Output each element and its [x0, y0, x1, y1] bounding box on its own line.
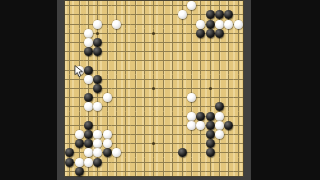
- board-cell[interactable]: [215, 56, 224, 65]
- board-cell[interactable]: [215, 130, 224, 139]
- board-cell[interactable]: [121, 56, 130, 65]
- board-cell[interactable]: [234, 158, 243, 167]
- board-cell[interactable]: [121, 158, 130, 167]
- board-cell[interactable]: [93, 47, 102, 56]
- board-cell[interactable]: [224, 75, 233, 84]
- board-cell[interactable]: [140, 75, 149, 84]
- board-cell[interactable]: [121, 130, 130, 139]
- board-cell[interactable]: [112, 75, 121, 84]
- board-cell[interactable]: [84, 148, 93, 157]
- board-cell[interactable]: [149, 75, 158, 84]
- board-cell[interactable]: [84, 158, 93, 167]
- board-cell[interactable]: [206, 121, 215, 130]
- board-cell[interactable]: [215, 65, 224, 74]
- board-cell[interactable]: [187, 148, 196, 157]
- board-cell[interactable]: [93, 38, 102, 47]
- board-cell[interactable]: [65, 38, 74, 47]
- board-cell[interactable]: [149, 47, 158, 56]
- board-cell[interactable]: [187, 130, 196, 139]
- board-cell[interactable]: [196, 158, 205, 167]
- board-cell[interactable]: [206, 29, 215, 38]
- board-cell[interactable]: [74, 112, 83, 121]
- board-cell[interactable]: [84, 102, 93, 111]
- board-cell[interactable]: [149, 56, 158, 65]
- board-cell[interactable]: [206, 130, 215, 139]
- board-cell[interactable]: [234, 130, 243, 139]
- board-cell[interactable]: [93, 56, 102, 65]
- board-cell[interactable]: [159, 158, 168, 167]
- board-cell[interactable]: [168, 167, 177, 176]
- board-cell[interactable]: [177, 158, 186, 167]
- board-cell[interactable]: [140, 65, 149, 74]
- board-cell[interactable]: [215, 158, 224, 167]
- board-cell[interactable]: [121, 29, 130, 38]
- board-cell[interactable]: [149, 29, 158, 38]
- board-cell[interactable]: [112, 102, 121, 111]
- board-cell[interactable]: [112, 84, 121, 93]
- board-cell[interactable]: [102, 29, 111, 38]
- board-cell[interactable]: [159, 29, 168, 38]
- board-cell[interactable]: [65, 19, 74, 28]
- board-cell[interactable]: [65, 167, 74, 176]
- board-cell[interactable]: [177, 10, 186, 19]
- board-cell[interactable]: [140, 29, 149, 38]
- board-cell[interactable]: [187, 112, 196, 121]
- board-cell[interactable]: [168, 130, 177, 139]
- board-cell[interactable]: [84, 121, 93, 130]
- board-cell[interactable]: [177, 84, 186, 93]
- board-cell[interactable]: [177, 121, 186, 130]
- board-cell[interactable]: [215, 29, 224, 38]
- board-cell[interactable]: [102, 102, 111, 111]
- board-cell[interactable]: [93, 158, 102, 167]
- board-cell[interactable]: [93, 167, 102, 176]
- board-cell[interactable]: [206, 1, 215, 10]
- board-cell[interactable]: [84, 139, 93, 148]
- board-cell[interactable]: [131, 130, 140, 139]
- board-cell[interactable]: [102, 112, 111, 121]
- board-cell[interactable]: [187, 38, 196, 47]
- board-cell[interactable]: [168, 10, 177, 19]
- board-cell[interactable]: [206, 158, 215, 167]
- board-cell[interactable]: [74, 167, 83, 176]
- board-cell[interactable]: [140, 47, 149, 56]
- board-cell[interactable]: [177, 75, 186, 84]
- board-cell[interactable]: [93, 29, 102, 38]
- board-cell[interactable]: [112, 65, 121, 74]
- board-cell[interactable]: [196, 75, 205, 84]
- board-cell[interactable]: [140, 139, 149, 148]
- board-cell[interactable]: [131, 158, 140, 167]
- board-cell[interactable]: [168, 102, 177, 111]
- board-cell[interactable]: [168, 65, 177, 74]
- board-cell[interactable]: [234, 56, 243, 65]
- board-cell[interactable]: [224, 139, 233, 148]
- board-cell[interactable]: [93, 10, 102, 19]
- board-cell[interactable]: [159, 1, 168, 10]
- board-cell[interactable]: [74, 148, 83, 157]
- board-cell[interactable]: [234, 47, 243, 56]
- board-cell[interactable]: [159, 148, 168, 157]
- board-cell[interactable]: [93, 121, 102, 130]
- board-cell[interactable]: [159, 65, 168, 74]
- board-cell[interactable]: [112, 38, 121, 47]
- board-cell[interactable]: [206, 10, 215, 19]
- board-cell[interactable]: [149, 93, 158, 102]
- board-cell[interactable]: [121, 19, 130, 28]
- board-cell[interactable]: [84, 84, 93, 93]
- board-cell[interactable]: [65, 65, 74, 74]
- board-cell[interactable]: [140, 19, 149, 28]
- board-cell[interactable]: [149, 148, 158, 157]
- board-cell[interactable]: [93, 148, 102, 157]
- board-cell[interactable]: [224, 56, 233, 65]
- board-cell[interactable]: [74, 75, 83, 84]
- board-cell[interactable]: [196, 148, 205, 157]
- board-cell[interactable]: [196, 1, 205, 10]
- board-cell[interactable]: [131, 167, 140, 176]
- board-cell[interactable]: [140, 130, 149, 139]
- board-cell[interactable]: [177, 1, 186, 10]
- board-cell[interactable]: [112, 29, 121, 38]
- board-cell[interactable]: [187, 139, 196, 148]
- board-cell[interactable]: [93, 93, 102, 102]
- board-cell[interactable]: [224, 38, 233, 47]
- board-cell[interactable]: [121, 1, 130, 10]
- board-cell[interactable]: [121, 75, 130, 84]
- board-cell[interactable]: [159, 112, 168, 121]
- board-cell[interactable]: [84, 112, 93, 121]
- board-cell[interactable]: [149, 10, 158, 19]
- board-cell[interactable]: [206, 47, 215, 56]
- board-cell[interactable]: [149, 19, 158, 28]
- board-cell[interactable]: [102, 84, 111, 93]
- board-cell[interactable]: [234, 84, 243, 93]
- board-cell[interactable]: [74, 29, 83, 38]
- board-cell[interactable]: [187, 75, 196, 84]
- board-cell[interactable]: [187, 65, 196, 74]
- board-cell[interactable]: [215, 10, 224, 19]
- board-cell[interactable]: [224, 29, 233, 38]
- board-cell[interactable]: [168, 1, 177, 10]
- board-cell[interactable]: [177, 47, 186, 56]
- board-cell[interactable]: [102, 19, 111, 28]
- board-cell[interactable]: [168, 93, 177, 102]
- board-cell[interactable]: [102, 130, 111, 139]
- board-cell[interactable]: [206, 75, 215, 84]
- board-cell[interactable]: [177, 148, 186, 157]
- board-cell[interactable]: [149, 158, 158, 167]
- board-cell[interactable]: [224, 130, 233, 139]
- board-cell[interactable]: [168, 38, 177, 47]
- board-cell[interactable]: [159, 93, 168, 102]
- board-cell[interactable]: [140, 38, 149, 47]
- board-cell[interactable]: [159, 102, 168, 111]
- board-cell[interactable]: [74, 139, 83, 148]
- board-cell[interactable]: [65, 56, 74, 65]
- board-cell[interactable]: [159, 167, 168, 176]
- board-cell[interactable]: [84, 10, 93, 19]
- board-cell[interactable]: [168, 84, 177, 93]
- board-cell[interactable]: [168, 19, 177, 28]
- board-cell[interactable]: [140, 167, 149, 176]
- board-cell[interactable]: [93, 19, 102, 28]
- board-cell[interactable]: [149, 84, 158, 93]
- board-cell[interactable]: [234, 93, 243, 102]
- board-cell[interactable]: [131, 19, 140, 28]
- board-cell[interactable]: [177, 167, 186, 176]
- board-cell[interactable]: [234, 10, 243, 19]
- board-cell[interactable]: [206, 139, 215, 148]
- board-cell[interactable]: [93, 1, 102, 10]
- board-cell[interactable]: [187, 121, 196, 130]
- board-cell[interactable]: [187, 158, 196, 167]
- board-cell[interactable]: [196, 93, 205, 102]
- board-cell[interactable]: [84, 167, 93, 176]
- board-cell[interactable]: [140, 93, 149, 102]
- board-cell[interactable]: [149, 65, 158, 74]
- board-cell[interactable]: [234, 167, 243, 176]
- board-cell[interactable]: [102, 167, 111, 176]
- board-cell[interactable]: [102, 158, 111, 167]
- board-cell[interactable]: [196, 38, 205, 47]
- board-cell[interactable]: [131, 84, 140, 93]
- board-cell[interactable]: [121, 112, 130, 121]
- board-cell[interactable]: [102, 93, 111, 102]
- board-cell[interactable]: [65, 93, 74, 102]
- board-cell[interactable]: [224, 102, 233, 111]
- board-cell[interactable]: [74, 47, 83, 56]
- board-cell[interactable]: [65, 130, 74, 139]
- board-cell[interactable]: [102, 75, 111, 84]
- board-cell[interactable]: [131, 121, 140, 130]
- board-cell[interactable]: [121, 148, 130, 157]
- board-cell[interactable]: [196, 121, 205, 130]
- board-cell[interactable]: [102, 65, 111, 74]
- board-cell[interactable]: [149, 139, 158, 148]
- board-cell[interactable]: [159, 121, 168, 130]
- board-cell[interactable]: [131, 56, 140, 65]
- board-cell[interactable]: [234, 75, 243, 84]
- board-cell[interactable]: [215, 167, 224, 176]
- board-cell[interactable]: [121, 47, 130, 56]
- board-cell[interactable]: [168, 148, 177, 157]
- board-cell[interactable]: [196, 47, 205, 56]
- board-cell[interactable]: [206, 167, 215, 176]
- board-cell[interactable]: [149, 167, 158, 176]
- board-cell[interactable]: [206, 112, 215, 121]
- board-cell[interactable]: [177, 112, 186, 121]
- board-cell[interactable]: [112, 148, 121, 157]
- board-cell[interactable]: [215, 75, 224, 84]
- board-cell[interactable]: [234, 65, 243, 74]
- board-cell[interactable]: [140, 158, 149, 167]
- board-cell[interactable]: [224, 84, 233, 93]
- board-cell[interactable]: [187, 1, 196, 10]
- board-cell[interactable]: [206, 102, 215, 111]
- board-cell[interactable]: [102, 47, 111, 56]
- board-cell[interactable]: [177, 29, 186, 38]
- board-cell[interactable]: [168, 47, 177, 56]
- board-cell[interactable]: [187, 167, 196, 176]
- board-cell[interactable]: [121, 84, 130, 93]
- board-cell[interactable]: [121, 102, 130, 111]
- board-cell[interactable]: [112, 19, 121, 28]
- board-cell[interactable]: [121, 38, 130, 47]
- board-cell[interactable]: [159, 19, 168, 28]
- board-cell[interactable]: [121, 167, 130, 176]
- board-cell[interactable]: [177, 38, 186, 47]
- board-cell[interactable]: [140, 10, 149, 19]
- board-cell[interactable]: [84, 29, 93, 38]
- board-cell[interactable]: [196, 65, 205, 74]
- board-cell[interactable]: [140, 148, 149, 157]
- board-cell[interactable]: [206, 65, 215, 74]
- board-cell[interactable]: [234, 19, 243, 28]
- board-cell[interactable]: [65, 102, 74, 111]
- board-cell[interactable]: [112, 130, 121, 139]
- board-cell[interactable]: [224, 47, 233, 56]
- board-cell[interactable]: [215, 102, 224, 111]
- board-cell[interactable]: [65, 47, 74, 56]
- board-cell[interactable]: [131, 29, 140, 38]
- board-cell[interactable]: [177, 93, 186, 102]
- board-cell[interactable]: [187, 84, 196, 93]
- board-cell[interactable]: [159, 84, 168, 93]
- board-cell[interactable]: [74, 10, 83, 19]
- board-cell[interactable]: [206, 148, 215, 157]
- board-cell[interactable]: [74, 158, 83, 167]
- board-cell[interactable]: [102, 139, 111, 148]
- board-cell[interactable]: [140, 112, 149, 121]
- board-cell[interactable]: [196, 56, 205, 65]
- board-cell[interactable]: [149, 130, 158, 139]
- board-cell[interactable]: [224, 158, 233, 167]
- board-cell[interactable]: [159, 75, 168, 84]
- board-cell[interactable]: [215, 19, 224, 28]
- board-cell[interactable]: [187, 10, 196, 19]
- board-cell[interactable]: [206, 19, 215, 28]
- board-cell[interactable]: [196, 102, 205, 111]
- board-cell[interactable]: [84, 56, 93, 65]
- board-cell[interactable]: [168, 112, 177, 121]
- board-cell[interactable]: [74, 38, 83, 47]
- board-cell[interactable]: [187, 56, 196, 65]
- board-cell[interactable]: [65, 29, 74, 38]
- board-cell[interactable]: [74, 93, 83, 102]
- board-cell[interactable]: [196, 29, 205, 38]
- board-cell[interactable]: [168, 139, 177, 148]
- board-cell[interactable]: [187, 102, 196, 111]
- board-cell[interactable]: [215, 139, 224, 148]
- board-cell[interactable]: [215, 148, 224, 157]
- board-cell[interactable]: [121, 10, 130, 19]
- board-cell[interactable]: [224, 10, 233, 19]
- board-cell[interactable]: [149, 1, 158, 10]
- board-cell[interactable]: [224, 121, 233, 130]
- board-cell[interactable]: [131, 112, 140, 121]
- board-cell[interactable]: [215, 112, 224, 121]
- board-cell[interactable]: [93, 102, 102, 111]
- board-cell[interactable]: [131, 139, 140, 148]
- board-cell[interactable]: [177, 139, 186, 148]
- board-cell[interactable]: [187, 29, 196, 38]
- board-cell[interactable]: [112, 139, 121, 148]
- board-cell[interactable]: [74, 84, 83, 93]
- board-cell[interactable]: [234, 112, 243, 121]
- board-cell[interactable]: [234, 1, 243, 10]
- board-cell[interactable]: [93, 75, 102, 84]
- board-cell[interactable]: [84, 38, 93, 47]
- board-cell[interactable]: [121, 65, 130, 74]
- board-cell[interactable]: [234, 29, 243, 38]
- board-cell[interactable]: [140, 84, 149, 93]
- board-cell[interactable]: [112, 1, 121, 10]
- board-cell[interactable]: [131, 75, 140, 84]
- board-cell[interactable]: [65, 158, 74, 167]
- board-cell[interactable]: [112, 93, 121, 102]
- board-cell[interactable]: [187, 93, 196, 102]
- board-cell[interactable]: [187, 47, 196, 56]
- board-cell[interactable]: [206, 84, 215, 93]
- board-cell[interactable]: [196, 10, 205, 19]
- board-cell[interactable]: [215, 84, 224, 93]
- board-cell[interactable]: [74, 130, 83, 139]
- board-cell[interactable]: [140, 121, 149, 130]
- board-cell[interactable]: [234, 139, 243, 148]
- board-cell[interactable]: [159, 139, 168, 148]
- board-cell[interactable]: [140, 56, 149, 65]
- board-cell[interactable]: [140, 102, 149, 111]
- board-cell[interactable]: [84, 1, 93, 10]
- board-cell[interactable]: [131, 93, 140, 102]
- board-cell[interactable]: [102, 10, 111, 19]
- board-cell[interactable]: [65, 112, 74, 121]
- board-cell[interactable]: [65, 139, 74, 148]
- board-cell[interactable]: [84, 47, 93, 56]
- board-cell[interactable]: [234, 102, 243, 111]
- board-cell[interactable]: [159, 130, 168, 139]
- board-cell[interactable]: [121, 93, 130, 102]
- board-cell[interactable]: [93, 139, 102, 148]
- board-cell[interactable]: [121, 121, 130, 130]
- board-cell[interactable]: [112, 121, 121, 130]
- board-cell[interactable]: [65, 10, 74, 19]
- board-cell[interactable]: [187, 19, 196, 28]
- board-cell[interactable]: [234, 38, 243, 47]
- board-cell[interactable]: [234, 121, 243, 130]
- board-cell[interactable]: [112, 56, 121, 65]
- board-cell[interactable]: [224, 93, 233, 102]
- board-cell[interactable]: [74, 121, 83, 130]
- board-cell[interactable]: [112, 10, 121, 19]
- board-cell[interactable]: [84, 93, 93, 102]
- board-cell[interactable]: [234, 148, 243, 157]
- board-cell[interactable]: [159, 56, 168, 65]
- board-cell[interactable]: [177, 65, 186, 74]
- board-cell[interactable]: [102, 56, 111, 65]
- board-cell[interactable]: [102, 1, 111, 10]
- board-cell[interactable]: [206, 93, 215, 102]
- board-cell[interactable]: [168, 121, 177, 130]
- board-cell[interactable]: [112, 112, 121, 121]
- board-cell[interactable]: [177, 19, 186, 28]
- board-cell[interactable]: [65, 75, 74, 84]
- board-cell[interactable]: [224, 167, 233, 176]
- board-cell[interactable]: [74, 1, 83, 10]
- board-cell[interactable]: [112, 47, 121, 56]
- board-cell[interactable]: [102, 148, 111, 157]
